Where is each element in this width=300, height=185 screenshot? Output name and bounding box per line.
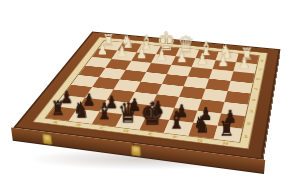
piece-dark-knight: ♞: [193, 113, 210, 136]
rank-label-4: 4: [248, 94, 260, 106]
piece-dark-queen: ♛: [118, 99, 139, 127]
brass-latch-center-icon: [130, 145, 140, 157]
piece-light-pawn: ♟: [136, 46, 147, 61]
rank-label-5: 5: [250, 83, 261, 94]
piece-dark-bishop: ♝: [96, 101, 113, 124]
piece-dark-rook: ♜: [219, 118, 234, 139]
rank-label-2: 2: [242, 116, 255, 130]
chess-board: ♜♞♝♚♛♝♞♜♟♟♟♟♟♟♟♟♟♟♟♟♟♟♟♟♜♞♝♛♚♝♞♜ ABCDEFG…: [13, 32, 280, 160]
product-photo-scene: ♜♞♝♚♛♝♞♜♟♟♟♟♟♟♟♟♟♟♟♟♟♟♟♟♜♞♝♛♚♝♞♜ ABCDEFG…: [0, 0, 300, 185]
rank-label-8: 8: [257, 56, 267, 66]
piece-dark-bishop: ♝: [168, 109, 186, 133]
square-g1: ♞: [189, 123, 218, 139]
piece-light-pawn: ♟: [218, 54, 229, 69]
brass-latch-left-icon: [42, 133, 53, 145]
square-e6: [167, 65, 192, 76]
square-g4: [202, 89, 228, 102]
piece-light-pawn: ♟: [156, 48, 167, 63]
piece-light-pawn: ♟: [239, 56, 250, 71]
square-e7: ♟: [171, 56, 195, 67]
piece-light-pawn: ♟: [117, 44, 128, 59]
board-margin: ♜♞♝♚♛♝♞♜♟♟♟♟♟♟♟♟♟♟♟♟♟♟♟♟♜♞♝♛♚♝♞♜ ABCDEFG…: [33, 37, 268, 149]
piece-dark-rook: ♜: [51, 98, 66, 118]
square-g5: [205, 79, 230, 91]
piece-light-pawn: ♟: [176, 50, 187, 65]
piece-dark-king: ♚: [141, 98, 164, 130]
rank-label-1: 1: [239, 129, 252, 144]
piece-light-pawn: ♟: [197, 52, 208, 67]
piece-dark-knight: ♞: [73, 99, 89, 121]
piece-light-pawn: ♟: [97, 42, 108, 57]
rank-label-7: 7: [255, 64, 266, 74]
rank-label-6: 6: [252, 74, 263, 85]
